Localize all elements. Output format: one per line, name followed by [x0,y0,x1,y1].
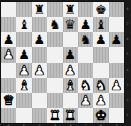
square-e1[interactable]: ♜ [63,108,78,123]
square-d7[interactable]: ♞ [47,17,62,32]
piece-white-pawn: ♟ [34,63,46,76]
piece-black-bishop: ♝ [95,18,107,31]
square-f8[interactable] [78,2,93,17]
square-f6[interactable]: ♞ [78,32,93,47]
piece-black-knight: ♞ [49,18,61,31]
piece-black-rook: ♜ [64,3,76,16]
rank-label-3: 3 [125,80,129,89]
piece-black-pawn: ♟ [18,48,30,61]
square-g3[interactable]: ♞ [93,78,108,93]
square-d8[interactable] [47,2,62,17]
piece-white-pawn: ♟ [110,78,122,91]
square-f3[interactable]: ♞ [78,78,93,93]
square-a5[interactable]: ♟ [1,47,16,62]
file-label-f: f [81,124,91,126]
file-label-c: c [35,124,45,126]
square-f7[interactable]: ♟ [78,17,93,32]
file-labels-bottom: abcdefgh [1,123,124,126]
square-c6[interactable]: ♟ [32,32,47,47]
file-label-e: e [65,124,75,126]
piece-black-pawn: ♟ [34,33,46,46]
square-c5[interactable] [32,47,47,62]
square-h8[interactable] [109,2,124,17]
piece-black-pawn: ♟ [64,48,76,61]
square-g1[interactable]: ♚ [93,108,108,123]
square-d4[interactable] [47,63,62,78]
piece-black-rook: ♜ [34,3,46,16]
square-a2[interactable]: ♛ [1,93,16,108]
square-h1[interactable] [109,108,124,123]
piece-white-pawn: ♟ [3,48,15,61]
square-g8[interactable]: ♚ [93,2,108,17]
chess-board: ♜♜♚♝♞♛♟♝♟♟♞♟♟♟♟♟♟♟♟♝♝♞♞♟♛♟♟♜♜♚ [1,2,124,123]
piece-white-knight: ♞ [80,78,92,91]
square-a8[interactable] [1,2,16,17]
square-h6[interactable]: ♟ [109,32,124,47]
square-h2[interactable] [109,93,124,108]
piece-white-pawn: ♟ [18,63,30,76]
square-a7[interactable] [1,17,16,32]
square-b3[interactable]: ♝ [16,78,31,93]
square-h7[interactable] [109,17,124,32]
square-g4[interactable] [93,63,108,78]
piece-white-bishop: ♝ [18,78,30,91]
piece-white-queen: ♛ [3,93,15,106]
square-e6[interactable] [63,32,78,47]
square-e2[interactable] [63,93,78,108]
square-c1[interactable] [32,108,47,123]
square-e5[interactable]: ♟ [63,47,78,62]
square-h5[interactable] [109,47,124,62]
square-g5[interactable] [93,47,108,62]
piece-black-knight: ♞ [80,33,92,46]
piece-black-pawn: ♟ [80,18,92,31]
square-g6[interactable]: ♟ [93,32,108,47]
square-e8[interactable]: ♜ [63,2,78,17]
square-e7[interactable]: ♛ [63,17,78,32]
piece-white-bishop: ♝ [64,78,76,91]
file-label-d: d [50,124,60,126]
piece-black-pawn: ♟ [110,33,122,46]
rank-label-6: 6 [125,35,129,44]
piece-black-pawn: ♟ [95,33,107,46]
file-label-a: a [4,124,14,126]
rank-label-7: 7 [125,20,129,29]
piece-white-rook: ♜ [64,108,76,121]
rank-label-2: 2 [125,96,129,105]
rank-labels-right: 87654321 [124,2,131,123]
square-b7[interactable]: ♝ [16,17,31,32]
piece-black-pawn: ♟ [3,33,15,46]
piece-black-queen: ♛ [64,18,76,31]
square-g2[interactable]: ♟ [93,93,108,108]
square-f2[interactable]: ♟ [78,93,93,108]
piece-white-rook: ♜ [49,108,61,121]
rank-label-1: 1 [125,111,129,120]
square-d5[interactable] [47,47,62,62]
square-b8[interactable] [16,2,31,17]
piece-black-king: ♚ [95,3,107,16]
piece-white-knight: ♞ [95,78,107,91]
square-f1[interactable] [78,108,93,123]
square-h4[interactable] [109,63,124,78]
square-b1[interactable] [16,108,31,123]
square-a6[interactable]: ♟ [1,32,16,47]
square-f4[interactable] [78,63,93,78]
square-f5[interactable] [78,47,93,62]
square-c2[interactable] [32,93,47,108]
square-h3[interactable]: ♟ [109,78,124,93]
square-a4[interactable] [1,63,16,78]
piece-white-pawn: ♟ [64,63,76,76]
square-b4[interactable]: ♟ [16,63,31,78]
square-d6[interactable] [47,32,62,47]
piece-white-pawn: ♟ [80,93,92,106]
piece-black-bishop: ♝ [18,18,30,31]
chess-diagram: abcdefgh ♜♜♚♝♞♛♟♝♟♟♞♟♟♟♟♟♟♟♟♝♝♞♞♟♛♟♟♜♜♚ … [0,0,131,126]
square-b6[interactable] [16,32,31,47]
square-d2[interactable] [47,93,62,108]
square-a3[interactable] [1,78,16,93]
square-b2[interactable] [16,93,31,108]
square-d1[interactable]: ♜ [47,108,62,123]
square-b5[interactable]: ♟ [16,47,31,62]
rank-label-4: 4 [125,65,129,74]
rank-label-5: 5 [125,50,129,59]
file-label-h: h [112,124,122,126]
rank-label-8: 8 [125,5,129,14]
piece-white-king: ♚ [95,108,107,121]
square-e4[interactable]: ♟ [63,63,78,78]
square-e3[interactable]: ♝ [63,78,78,93]
file-label-b: b [19,124,29,126]
square-a1[interactable] [1,108,16,123]
square-c4[interactable]: ♟ [32,63,47,78]
file-label-g: g [96,124,106,126]
square-c3[interactable] [32,78,47,93]
piece-white-pawn: ♟ [95,93,107,106]
square-g7[interactable]: ♝ [93,17,108,32]
square-c7[interactable] [32,17,47,32]
square-d3[interactable] [47,78,62,93]
square-c8[interactable]: ♜ [32,2,47,17]
